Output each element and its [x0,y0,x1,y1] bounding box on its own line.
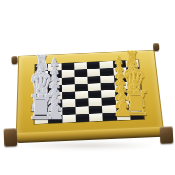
pieces-layer: ♜♞♝♛♚♝♞♜♟♟♟♟♟♟♟♟♟♟♟♟♟♟♟♟♜♞♝♛♚♝♞♜ [0,0,175,175]
piece-silver-rook-a1[interactable]: ♜ [24,91,58,125]
chess-set-photo: ♜♞♝♛♚♝♞♜♟♟♟♟♟♟♟♟♟♟♟♟♟♟♟♟♜♞♝♛♚♝♞♜ [0,0,175,175]
piece-gold-pawn-a7[interactable]: ♟ [112,97,134,119]
